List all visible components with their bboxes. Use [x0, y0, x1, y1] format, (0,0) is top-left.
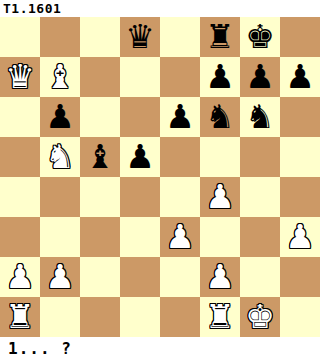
- square-b2[interactable]: ♟: [40, 257, 80, 297]
- piece-black-pawn: ♟: [45, 97, 75, 137]
- square-a3[interactable]: [0, 217, 40, 257]
- square-g5[interactable]: [240, 137, 280, 177]
- square-b8[interactable]: [40, 17, 80, 57]
- square-d5[interactable]: ♟: [120, 137, 160, 177]
- square-c7[interactable]: [80, 57, 120, 97]
- square-a7[interactable]: ♛: [0, 57, 40, 97]
- square-f6[interactable]: ♞: [200, 97, 240, 137]
- piece-white-bishop: ♝: [45, 57, 75, 97]
- square-f8[interactable]: ♜: [200, 17, 240, 57]
- square-a8[interactable]: [0, 17, 40, 57]
- square-g4[interactable]: [240, 177, 280, 217]
- square-c8[interactable]: [80, 17, 120, 57]
- piece-white-pawn: ♟: [205, 257, 235, 297]
- square-e2[interactable]: [160, 257, 200, 297]
- square-c2[interactable]: [80, 257, 120, 297]
- square-g6[interactable]: ♞: [240, 97, 280, 137]
- square-d2[interactable]: [120, 257, 160, 297]
- square-b6[interactable]: ♟: [40, 97, 80, 137]
- square-f3[interactable]: [200, 217, 240, 257]
- square-d1[interactable]: [120, 297, 160, 337]
- square-e6[interactable]: ♟: [160, 97, 200, 137]
- square-a4[interactable]: [0, 177, 40, 217]
- square-e7[interactable]: [160, 57, 200, 97]
- square-a2[interactable]: ♟: [0, 257, 40, 297]
- square-d7[interactable]: [120, 57, 160, 97]
- square-f5[interactable]: [200, 137, 240, 177]
- square-b7[interactable]: ♝: [40, 57, 80, 97]
- square-e3[interactable]: ♟: [160, 217, 200, 257]
- piece-white-pawn: ♟: [285, 217, 315, 257]
- piece-black-pawn: ♟: [205, 57, 235, 97]
- square-h4[interactable]: [280, 177, 320, 217]
- square-c6[interactable]: [80, 97, 120, 137]
- piece-white-knight: ♞: [45, 137, 75, 177]
- square-e4[interactable]: [160, 177, 200, 217]
- square-c5[interactable]: ♝: [80, 137, 120, 177]
- square-e1[interactable]: [160, 297, 200, 337]
- square-e8[interactable]: [160, 17, 200, 57]
- square-f4[interactable]: ♟: [200, 177, 240, 217]
- piece-white-queen: ♛: [5, 57, 35, 97]
- square-g2[interactable]: [240, 257, 280, 297]
- piece-black-pawn: ♟: [285, 57, 315, 97]
- square-b4[interactable]: [40, 177, 80, 217]
- puzzle-title: T1.1601: [0, 0, 320, 17]
- square-d3[interactable]: [120, 217, 160, 257]
- square-d6[interactable]: [120, 97, 160, 137]
- square-b5[interactable]: ♞: [40, 137, 80, 177]
- square-h7[interactable]: ♟: [280, 57, 320, 97]
- piece-black-knight: ♞: [205, 97, 235, 137]
- square-g7[interactable]: ♟: [240, 57, 280, 97]
- square-a1[interactable]: ♜: [0, 297, 40, 337]
- piece-white-rook: ♜: [205, 297, 235, 337]
- square-g3[interactable]: [240, 217, 280, 257]
- square-f2[interactable]: ♟: [200, 257, 240, 297]
- piece-black-bishop: ♝: [85, 137, 115, 177]
- square-g1[interactable]: ♚: [240, 297, 280, 337]
- piece-white-pawn: ♟: [5, 257, 35, 297]
- move-prompt: 1... ?: [0, 337, 320, 360]
- chess-board: ♛♜♚♛♝♟♟♟♟♟♞♞♞♝♟♟♟♟♟♟♟♜♜♚: [0, 17, 320, 337]
- piece-black-pawn: ♟: [165, 97, 195, 137]
- piece-black-king: ♚: [245, 17, 275, 57]
- square-a5[interactable]: [0, 137, 40, 177]
- piece-black-queen: ♛: [125, 17, 155, 57]
- piece-white-pawn: ♟: [205, 177, 235, 217]
- square-h3[interactable]: ♟: [280, 217, 320, 257]
- piece-black-pawn: ♟: [125, 137, 155, 177]
- square-h8[interactable]: [280, 17, 320, 57]
- piece-black-pawn: ♟: [245, 57, 275, 97]
- square-d8[interactable]: ♛: [120, 17, 160, 57]
- piece-white-pawn: ♟: [45, 257, 75, 297]
- square-f7[interactable]: ♟: [200, 57, 240, 97]
- square-h2[interactable]: [280, 257, 320, 297]
- square-a6[interactable]: [0, 97, 40, 137]
- square-g8[interactable]: ♚: [240, 17, 280, 57]
- square-d4[interactable]: [120, 177, 160, 217]
- square-c1[interactable]: [80, 297, 120, 337]
- piece-white-king: ♚: [245, 297, 275, 337]
- piece-white-pawn: ♟: [165, 217, 195, 257]
- piece-black-knight: ♞: [245, 97, 275, 137]
- square-f1[interactable]: ♜: [200, 297, 240, 337]
- square-c3[interactable]: [80, 217, 120, 257]
- chess-puzzle-window: T1.1601 ♛♜♚♛♝♟♟♟♟♟♞♞♞♝♟♟♟♟♟♟♟♜♜♚ 1... ?: [0, 0, 320, 360]
- piece-black-rook: ♜: [205, 17, 235, 57]
- square-b3[interactable]: [40, 217, 80, 257]
- square-h6[interactable]: [280, 97, 320, 137]
- square-c4[interactable]: [80, 177, 120, 217]
- piece-white-rook: ♜: [5, 297, 35, 337]
- square-h1[interactable]: [280, 297, 320, 337]
- square-e5[interactable]: [160, 137, 200, 177]
- square-h5[interactable]: [280, 137, 320, 177]
- square-b1[interactable]: [40, 297, 80, 337]
